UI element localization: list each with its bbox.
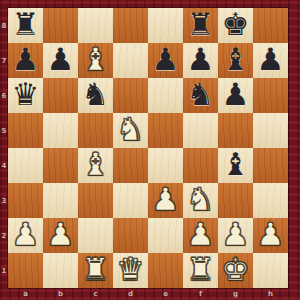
- black-pawn-e7[interactable]: ♟: [152, 44, 180, 75]
- file-label-h: h: [253, 288, 288, 300]
- square-d1[interactable]: ♛: [113, 253, 148, 288]
- square-h4[interactable]: [253, 148, 288, 183]
- square-c5[interactable]: [78, 113, 113, 148]
- square-f1[interactable]: ♜: [183, 253, 218, 288]
- rank-label-6: 6: [0, 78, 8, 113]
- square-h8[interactable]: [253, 8, 288, 43]
- black-rook-a8[interactable]: ♜: [12, 9, 40, 40]
- square-c6[interactable]: ♞: [78, 78, 113, 113]
- black-pawn-h7[interactable]: ♟: [257, 44, 285, 75]
- square-c3[interactable]: [78, 183, 113, 218]
- white-pawn-b2[interactable]: ♟: [47, 219, 75, 250]
- file-label-a: a: [8, 288, 43, 300]
- white-knight-f3[interactable]: ♞: [187, 184, 215, 215]
- square-b3[interactable]: [43, 183, 78, 218]
- square-h6[interactable]: [253, 78, 288, 113]
- square-c4[interactable]: ♝: [78, 148, 113, 183]
- black-rook-f8[interactable]: ♜: [187, 9, 215, 40]
- square-d5[interactable]: ♞: [113, 113, 148, 148]
- black-knight-c6[interactable]: ♞: [82, 79, 110, 110]
- square-h1[interactable]: [253, 253, 288, 288]
- rank-label-8: 8: [0, 8, 8, 43]
- square-b6[interactable]: [43, 78, 78, 113]
- square-d7[interactable]: [113, 43, 148, 78]
- square-f5[interactable]: [183, 113, 218, 148]
- square-a4[interactable]: [8, 148, 43, 183]
- black-knight-f6[interactable]: ♞: [187, 79, 215, 110]
- square-g3[interactable]: [218, 183, 253, 218]
- file-label-f: f: [183, 288, 218, 300]
- square-e4[interactable]: [148, 148, 183, 183]
- square-e7[interactable]: ♟: [148, 43, 183, 78]
- rank-label-5: 5: [0, 113, 8, 148]
- square-a8[interactable]: ♜: [8, 8, 43, 43]
- square-d4[interactable]: [113, 148, 148, 183]
- black-pawn-f7[interactable]: ♟: [187, 44, 215, 75]
- square-f8[interactable]: ♜: [183, 8, 218, 43]
- chess-diagram: 87654321 abcdefgh ♜♜♚♟♟♝♟♟♝♟♛♞♞♟♞♝♝♟♞♟♟♟…: [0, 0, 300, 300]
- square-a7[interactable]: ♟: [8, 43, 43, 78]
- square-f4[interactable]: [183, 148, 218, 183]
- square-b5[interactable]: [43, 113, 78, 148]
- square-e6[interactable]: [148, 78, 183, 113]
- file-label-c: c: [78, 288, 113, 300]
- square-b8[interactable]: [43, 8, 78, 43]
- square-h5[interactable]: [253, 113, 288, 148]
- white-rook-f1[interactable]: ♜: [187, 254, 215, 285]
- black-pawn-g6[interactable]: ♟: [222, 79, 250, 110]
- square-b1[interactable]: [43, 253, 78, 288]
- white-rook-c1[interactable]: ♜: [82, 254, 110, 285]
- file-label-e: e: [148, 288, 183, 300]
- square-b7[interactable]: ♟: [43, 43, 78, 78]
- square-a6[interactable]: ♛: [8, 78, 43, 113]
- square-a1[interactable]: [8, 253, 43, 288]
- square-e1[interactable]: [148, 253, 183, 288]
- square-g1[interactable]: ♚: [218, 253, 253, 288]
- square-g7[interactable]: ♝: [218, 43, 253, 78]
- white-bishop-c7[interactable]: ♝: [82, 44, 110, 75]
- rank-label-7: 7: [0, 43, 8, 78]
- square-c2[interactable]: [78, 218, 113, 253]
- square-h7[interactable]: ♟: [253, 43, 288, 78]
- rank-label-3: 3: [0, 183, 8, 218]
- rank-label-4: 4: [0, 148, 8, 183]
- square-h3[interactable]: [253, 183, 288, 218]
- square-e5[interactable]: [148, 113, 183, 148]
- square-f3[interactable]: ♞: [183, 183, 218, 218]
- square-c8[interactable]: [78, 8, 113, 43]
- square-d3[interactable]: [113, 183, 148, 218]
- square-g8[interactable]: ♚: [218, 8, 253, 43]
- square-g4[interactable]: ♝: [218, 148, 253, 183]
- square-a3[interactable]: [8, 183, 43, 218]
- white-pawn-a2[interactable]: ♟: [12, 219, 40, 250]
- black-queen-a6[interactable]: ♛: [12, 79, 40, 110]
- square-g6[interactable]: ♟: [218, 78, 253, 113]
- rank-label-2: 2: [0, 218, 8, 253]
- square-c7[interactable]: ♝: [78, 43, 113, 78]
- square-g2[interactable]: ♟: [218, 218, 253, 253]
- white-pawn-g2[interactable]: ♟: [222, 219, 250, 250]
- chess-board: ♜♜♚♟♟♝♟♟♝♟♛♞♞♟♞♝♝♟♞♟♟♟♟♟♜♛♜♚: [8, 8, 288, 288]
- black-bishop-g4[interactable]: ♝: [222, 149, 250, 180]
- square-b4[interactable]: [43, 148, 78, 183]
- file-label-d: d: [113, 288, 148, 300]
- square-a2[interactable]: ♟: [8, 218, 43, 253]
- white-pawn-h2[interactable]: ♟: [257, 219, 285, 250]
- black-pawn-b7[interactable]: ♟: [47, 44, 75, 75]
- square-d2[interactable]: [113, 218, 148, 253]
- square-e2[interactable]: [148, 218, 183, 253]
- square-h2[interactable]: ♟: [253, 218, 288, 253]
- square-e3[interactable]: ♟: [148, 183, 183, 218]
- white-pawn-f2[interactable]: ♟: [187, 219, 215, 250]
- square-f2[interactable]: ♟: [183, 218, 218, 253]
- square-a5[interactable]: [8, 113, 43, 148]
- rank-label-1: 1: [0, 253, 8, 288]
- square-e8[interactable]: [148, 8, 183, 43]
- square-f6[interactable]: ♞: [183, 78, 218, 113]
- black-king-g8[interactable]: ♚: [222, 9, 250, 40]
- black-bishop-g7[interactable]: ♝: [222, 44, 250, 75]
- white-queen-d1[interactable]: ♛: [117, 254, 145, 285]
- square-c1[interactable]: ♜: [78, 253, 113, 288]
- file-label-b: b: [43, 288, 78, 300]
- white-king-g1[interactable]: ♚: [222, 254, 250, 285]
- square-f7[interactable]: ♟: [183, 43, 218, 78]
- white-bishop-c4[interactable]: ♝: [82, 149, 110, 180]
- file-label-g: g: [218, 288, 253, 300]
- black-pawn-a7[interactable]: ♟: [12, 44, 40, 75]
- square-b2[interactable]: ♟: [43, 218, 78, 253]
- square-d8[interactable]: [113, 8, 148, 43]
- square-d6[interactable]: [113, 78, 148, 113]
- white-pawn-e3[interactable]: ♟: [152, 184, 180, 215]
- white-knight-d5[interactable]: ♞: [117, 114, 145, 145]
- square-g5[interactable]: [218, 113, 253, 148]
